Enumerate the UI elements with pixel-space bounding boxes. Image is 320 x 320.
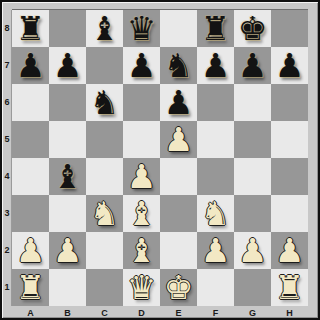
square-e4[interactable] xyxy=(160,158,197,195)
white-rook[interactable]: ♜︎ xyxy=(12,269,49,306)
white-pawn[interactable]: ♟︎ xyxy=(123,158,160,195)
black-king[interactable]: ♚︎ xyxy=(234,10,271,47)
white-pawn[interactable]: ♟︎ xyxy=(49,232,86,269)
square-d6[interactable] xyxy=(123,84,160,121)
black-pawn[interactable]: ♟︎ xyxy=(123,47,160,84)
square-c6[interactable]: ♞︎ xyxy=(86,84,123,121)
black-queen[interactable]: ♛︎ xyxy=(123,10,160,47)
file-label-f: F xyxy=(197,307,234,319)
square-h1[interactable]: ♜︎ xyxy=(271,269,308,306)
square-g1[interactable] xyxy=(234,269,271,306)
file-label-e: E xyxy=(160,307,197,319)
black-pawn[interactable]: ♟︎ xyxy=(12,47,49,84)
black-bishop[interactable]: ♝︎ xyxy=(86,10,123,47)
black-rook[interactable]: ♜︎ xyxy=(197,10,234,47)
chess-board: ♜︎♝︎♛︎♜︎♚︎♟︎♟︎♟︎♞︎♟︎♟︎♟︎♞︎♟︎♟︎♝︎♟︎♞︎♝︎♞︎… xyxy=(12,10,308,306)
square-e6[interactable]: ♟︎ xyxy=(160,84,197,121)
square-e5[interactable]: ♟︎ xyxy=(160,121,197,158)
black-knight[interactable]: ♞︎ xyxy=(160,47,197,84)
square-d2[interactable]: ♝︎ xyxy=(123,232,160,269)
square-g4[interactable] xyxy=(234,158,271,195)
square-b3[interactable] xyxy=(49,195,86,232)
black-pawn[interactable]: ♟︎ xyxy=(271,47,308,84)
square-a3[interactable] xyxy=(12,195,49,232)
file-label-d: D xyxy=(123,307,160,319)
square-b4[interactable]: ♝︎ xyxy=(49,158,86,195)
square-g8[interactable]: ♚︎ xyxy=(234,10,271,47)
file-label-a: A xyxy=(12,307,49,319)
square-h3[interactable] xyxy=(271,195,308,232)
square-d5[interactable] xyxy=(123,121,160,158)
square-d8[interactable]: ♛︎ xyxy=(123,10,160,47)
white-queen[interactable]: ♛︎ xyxy=(123,269,160,306)
square-a5[interactable] xyxy=(12,121,49,158)
square-d3[interactable]: ♝︎ xyxy=(123,195,160,232)
black-knight[interactable]: ♞︎ xyxy=(86,84,123,121)
black-pawn[interactable]: ♟︎ xyxy=(160,84,197,121)
square-b2[interactable]: ♟︎ xyxy=(49,232,86,269)
square-g7[interactable]: ♟︎ xyxy=(234,47,271,84)
square-h2[interactable]: ♟︎ xyxy=(271,232,308,269)
file-label-h: H xyxy=(271,307,308,319)
square-b5[interactable] xyxy=(49,121,86,158)
square-a7[interactable]: ♟︎ xyxy=(12,47,49,84)
square-b7[interactable]: ♟︎ xyxy=(49,47,86,84)
square-f6[interactable] xyxy=(197,84,234,121)
rank-label-6: 6 xyxy=(2,84,12,121)
square-d4[interactable]: ♟︎ xyxy=(123,158,160,195)
black-pawn[interactable]: ♟︎ xyxy=(197,47,234,84)
white-pawn[interactable]: ♟︎ xyxy=(12,232,49,269)
square-g5[interactable] xyxy=(234,121,271,158)
square-h5[interactable] xyxy=(271,121,308,158)
square-e8[interactable] xyxy=(160,10,197,47)
square-a2[interactable]: ♟︎ xyxy=(12,232,49,269)
rank-label-7: 7 xyxy=(2,47,12,84)
square-g3[interactable] xyxy=(234,195,271,232)
black-rook[interactable]: ♜︎ xyxy=(12,10,49,47)
square-h4[interactable] xyxy=(271,158,308,195)
white-pawn[interactable]: ♟︎ xyxy=(271,232,308,269)
square-c2[interactable] xyxy=(86,232,123,269)
square-c8[interactable]: ♝︎ xyxy=(86,10,123,47)
square-g6[interactable] xyxy=(234,84,271,121)
square-a6[interactable] xyxy=(12,84,49,121)
rank-label-1: 1 xyxy=(2,269,12,306)
square-a8[interactable]: ♜︎ xyxy=(12,10,49,47)
square-f8[interactable]: ♜︎ xyxy=(197,10,234,47)
square-c1[interactable] xyxy=(86,269,123,306)
rank-label-5: 5 xyxy=(2,121,12,158)
chess-board-frame: ♜︎♝︎♛︎♜︎♚︎♟︎♟︎♟︎♞︎♟︎♟︎♟︎♞︎♟︎♟︎♝︎♟︎♞︎♝︎♞︎… xyxy=(0,0,320,320)
rank-label-8: 8 xyxy=(2,10,12,47)
rank-label-4: 4 xyxy=(2,158,12,195)
square-e3[interactable] xyxy=(160,195,197,232)
square-f2[interactable]: ♟︎ xyxy=(197,232,234,269)
white-pawn[interactable]: ♟︎ xyxy=(234,232,271,269)
square-d7[interactable]: ♟︎ xyxy=(123,47,160,84)
white-pawn[interactable]: ♟︎ xyxy=(160,121,197,158)
rank-label-2: 2 xyxy=(2,232,12,269)
square-b8[interactable] xyxy=(49,10,86,47)
white-king[interactable]: ♚︎ xyxy=(160,269,197,306)
square-h8[interactable] xyxy=(271,10,308,47)
square-h6[interactable] xyxy=(271,84,308,121)
square-c3[interactable]: ♞︎ xyxy=(86,195,123,232)
file-label-b: B xyxy=(49,307,86,319)
square-f5[interactable] xyxy=(197,121,234,158)
black-pawn[interactable]: ♟︎ xyxy=(49,47,86,84)
file-label-g: G xyxy=(234,307,271,319)
square-g2[interactable]: ♟︎ xyxy=(234,232,271,269)
square-f4[interactable] xyxy=(197,158,234,195)
square-c5[interactable] xyxy=(86,121,123,158)
white-bishop[interactable]: ♝︎ xyxy=(123,195,160,232)
square-a4[interactable] xyxy=(12,158,49,195)
square-f3[interactable]: ♞︎ xyxy=(197,195,234,232)
square-f7[interactable]: ♟︎ xyxy=(197,47,234,84)
white-bishop[interactable]: ♝︎ xyxy=(123,232,160,269)
square-f1[interactable] xyxy=(197,269,234,306)
square-c4[interactable] xyxy=(86,158,123,195)
square-e2[interactable] xyxy=(160,232,197,269)
black-pawn[interactable]: ♟︎ xyxy=(234,47,271,84)
square-a1[interactable]: ♜︎ xyxy=(12,269,49,306)
white-rook[interactable]: ♜︎ xyxy=(271,269,308,306)
square-d1[interactable]: ♛︎ xyxy=(123,269,160,306)
square-e1[interactable]: ♚︎ xyxy=(160,269,197,306)
square-b1[interactable] xyxy=(49,269,86,306)
white-knight[interactable]: ♞︎ xyxy=(197,195,234,232)
square-c7[interactable] xyxy=(86,47,123,84)
white-pawn[interactable]: ♟︎ xyxy=(197,232,234,269)
white-knight[interactable]: ♞︎ xyxy=(86,195,123,232)
black-bishop[interactable]: ♝︎ xyxy=(49,158,86,195)
square-e7[interactable]: ♞︎ xyxy=(160,47,197,84)
square-h7[interactable]: ♟︎ xyxy=(271,47,308,84)
file-label-c: C xyxy=(86,307,123,319)
rank-label-3: 3 xyxy=(2,195,12,232)
square-b6[interactable] xyxy=(49,84,86,121)
